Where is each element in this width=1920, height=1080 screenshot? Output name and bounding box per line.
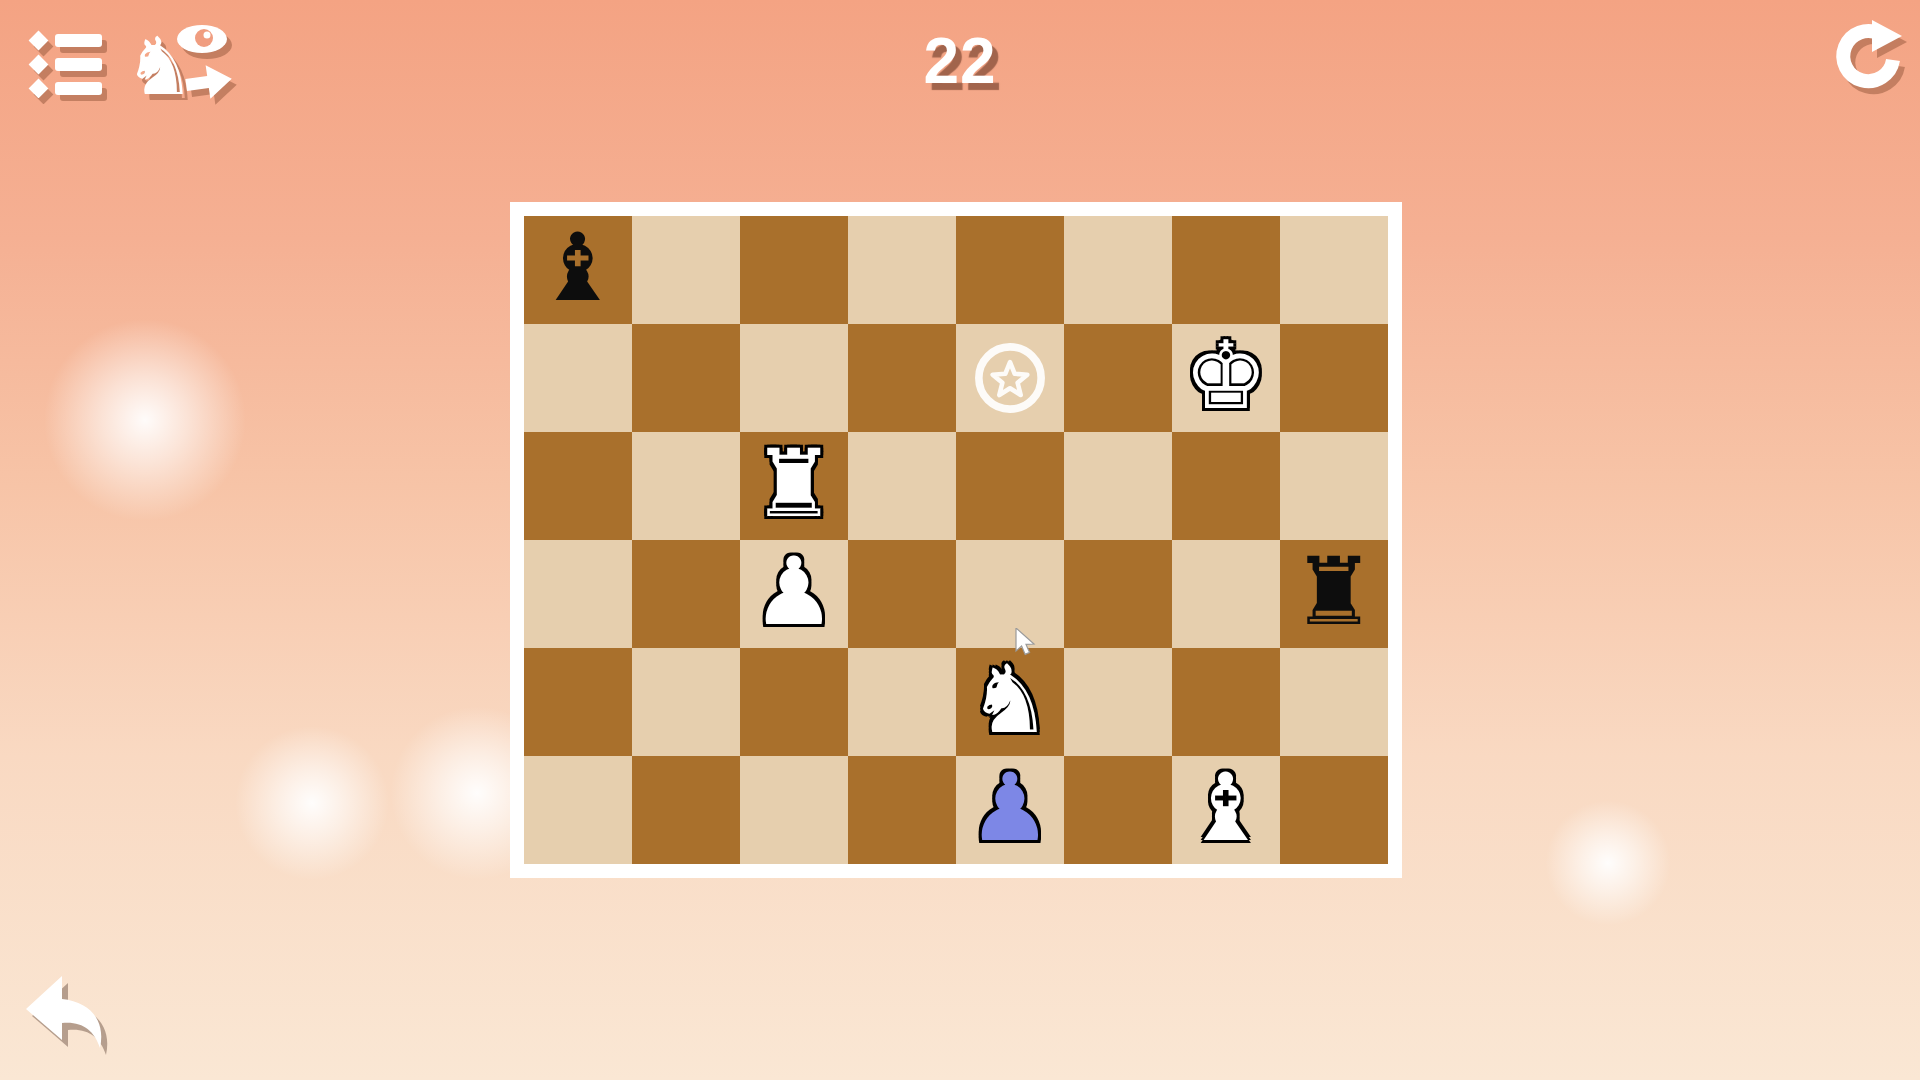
square-f4[interactable] [1064,432,1172,540]
square-a1[interactable] [524,756,632,864]
square-h2[interactable] [1280,648,1388,756]
white-pawn[interactable]: ♟ [740,540,848,648]
square-d4[interactable] [848,432,956,540]
undo-arrow-icon [20,968,118,1058]
square-b3[interactable] [632,540,740,648]
white-bishop[interactable]: ♝ [1172,756,1280,864]
square-g1[interactable]: ♝ [1172,756,1280,864]
square-f6[interactable] [1064,216,1172,324]
square-e4[interactable] [956,432,1064,540]
square-f1[interactable] [1064,756,1172,864]
undo-button[interactable] [20,968,118,1058]
level-number: 22 [0,24,1920,98]
square-d1[interactable] [848,756,956,864]
background-glow [1543,798,1673,928]
square-b1[interactable] [632,756,740,864]
square-c1[interactable] [740,756,848,864]
square-d6[interactable] [848,216,956,324]
square-e6[interactable] [956,216,1064,324]
square-h6[interactable] [1280,216,1388,324]
white-knight[interactable]: ♞ [956,648,1064,756]
background-glow [232,723,392,883]
square-b5[interactable] [632,324,740,432]
square-e3[interactable] [956,540,1064,648]
square-f2[interactable] [1064,648,1172,756]
square-d3[interactable] [848,540,956,648]
black-bishop[interactable]: ♝ [524,216,632,324]
target-star-marker [972,340,1048,416]
board-grid: ♝ ♚♜♟♜♞♟♝ [524,216,1388,864]
square-h4[interactable] [1280,432,1388,540]
square-d2[interactable] [848,648,956,756]
square-a5[interactable] [524,324,632,432]
square-h1[interactable] [1280,756,1388,864]
square-g4[interactable] [1172,432,1280,540]
square-a3[interactable] [524,540,632,648]
square-h3[interactable]: ♜ [1280,540,1388,648]
square-c6[interactable] [740,216,848,324]
restart-button[interactable] [1828,18,1908,98]
white-rook[interactable]: ♜ [740,432,848,540]
square-e2[interactable]: ♞ [956,648,1064,756]
square-b6[interactable] [632,216,740,324]
square-a4[interactable] [524,432,632,540]
chess-board: ♝ ♚♜♟♜♞♟♝ [510,202,1402,878]
square-f5[interactable] [1064,324,1172,432]
square-h5[interactable] [1280,324,1388,432]
blue-pawn[interactable]: ♟ [956,756,1064,864]
square-c4[interactable]: ♜ [740,432,848,540]
square-g5[interactable]: ♚ [1172,324,1280,432]
background-glow [40,315,250,525]
square-d5[interactable] [848,324,956,432]
square-e1[interactable]: ♟ [956,756,1064,864]
square-g6[interactable] [1172,216,1280,324]
square-a6[interactable]: ♝ [524,216,632,324]
white-king[interactable]: ♚ [1172,324,1280,432]
square-e5[interactable] [956,324,1064,432]
square-g2[interactable] [1172,648,1280,756]
square-c5[interactable] [740,324,848,432]
square-b4[interactable] [632,432,740,540]
black-rook[interactable]: ♜ [1280,540,1388,648]
square-c2[interactable] [740,648,848,756]
restart-icon [1828,18,1908,98]
square-b2[interactable] [632,648,740,756]
square-f3[interactable] [1064,540,1172,648]
square-g3[interactable] [1172,540,1280,648]
square-a2[interactable] [524,648,632,756]
square-c3[interactable]: ♟ [740,540,848,648]
